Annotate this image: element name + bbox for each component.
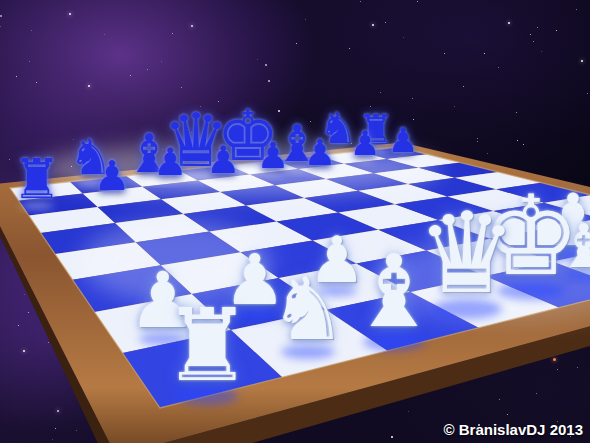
artwork-canvas: ♞♜♟♟♝♟♚♟♛♟♝♟♞♟♜♟♝♟♚♛♟♟♝♞♜ © BranislavDJ …	[0, 0, 590, 443]
piece-black-p-e7: ♟	[254, 137, 292, 175]
piece-black-p-g7: ♟	[347, 125, 383, 161]
piece-black-p-c7: ♟	[150, 142, 190, 182]
watermark-text: © BranislavDJ 2013	[444, 421, 583, 438]
pieces-layer: ♞♜♟♟♝♟♚♟♛♟♝♟♞♟♜♟♝♟♚♛♟♟♝♞♜	[0, 0, 590, 443]
piece-white-r-a1: ♜	[154, 293, 260, 399]
piece-black-p-f7: ♟	[301, 134, 339, 172]
piece-black-p-d7: ♟	[203, 140, 243, 180]
piece-white-n-b1: ♞	[262, 263, 354, 355]
piece-white-b-c1: ♝	[341, 239, 447, 345]
piece-black-r-a8: ♜	[8, 150, 66, 208]
piece-black-p-h7: ♟	[385, 122, 421, 158]
piece-black-p-b7: ♟	[90, 154, 134, 198]
